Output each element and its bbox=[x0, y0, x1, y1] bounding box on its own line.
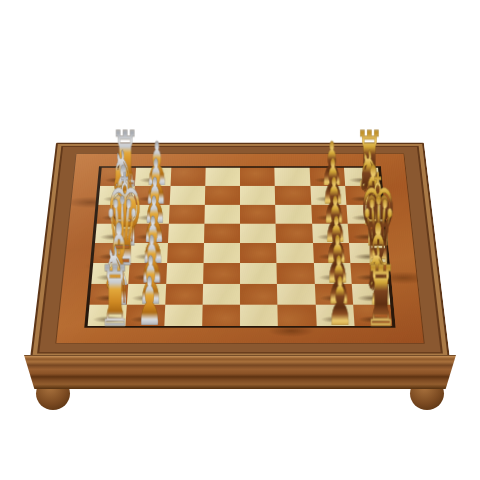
square-d5[interactable] bbox=[240, 243, 277, 263]
square-e5[interactable] bbox=[240, 223, 276, 243]
square-f6[interactable] bbox=[275, 204, 311, 223]
square-h2[interactable] bbox=[135, 168, 171, 186]
square-h7[interactable] bbox=[309, 168, 345, 186]
square-f3[interactable] bbox=[168, 204, 204, 223]
square-g5[interactable] bbox=[240, 186, 275, 205]
square-h4[interactable] bbox=[205, 168, 240, 186]
square-e4[interactable] bbox=[204, 223, 240, 243]
square-c4[interactable] bbox=[203, 263, 240, 283]
square-d4[interactable] bbox=[203, 243, 240, 263]
chess-set-photo: ♜♟♟♜♞♟♟♞♝♟♟♝♚♟♟♚♛♟♟♛♝♟♟♝♞♟♟♞♜♟♟♜ bbox=[0, 0, 480, 480]
square-h5[interactable] bbox=[240, 168, 275, 186]
square-e6[interactable] bbox=[276, 223, 313, 243]
square-a4[interactable] bbox=[202, 304, 240, 326]
square-f4[interactable] bbox=[204, 204, 240, 223]
square-g6[interactable] bbox=[275, 186, 311, 205]
square-c5[interactable] bbox=[240, 263, 277, 283]
square-f5[interactable] bbox=[240, 204, 276, 223]
square-d6[interactable] bbox=[276, 243, 313, 263]
square-e3[interactable] bbox=[168, 223, 205, 243]
square-g7[interactable] bbox=[310, 186, 346, 205]
square-a6[interactable] bbox=[278, 304, 317, 326]
square-d3[interactable] bbox=[167, 243, 204, 263]
front-molded-edge bbox=[24, 355, 456, 389]
chess-board: ♜♟♟♜♞♟♟♞♝♟♟♝♚♟♟♚♛♟♟♛♝♟♟♝♞♟♟♞♜♟♟♜ bbox=[30, 143, 450, 357]
square-g4[interactable] bbox=[205, 186, 240, 205]
square-c3[interactable] bbox=[166, 263, 204, 283]
square-a5[interactable] bbox=[240, 304, 278, 326]
square-h3[interactable] bbox=[170, 168, 205, 186]
square-a3[interactable] bbox=[164, 304, 203, 326]
square-h6[interactable] bbox=[275, 168, 310, 186]
square-g3[interactable] bbox=[169, 186, 205, 205]
square-c6[interactable] bbox=[277, 263, 315, 283]
